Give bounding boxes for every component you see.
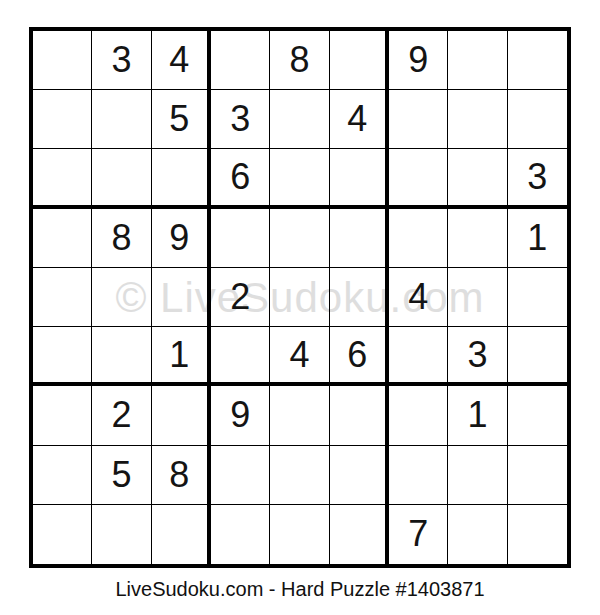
cell-r4c7[interactable] [389,209,448,268]
cell-r3c2[interactable] [92,149,151,208]
cell-r2c5[interactable] [270,90,329,149]
cell-r8c7[interactable] [389,446,448,505]
sudoku-page: © LiveSudoku.com 34895346389124146329158… [0,0,600,615]
cell-r7c4[interactable]: 9 [211,386,270,445]
cell-r6c4[interactable] [211,327,270,386]
cell-r9c4[interactable] [211,505,270,564]
cell-r6c3[interactable]: 1 [152,327,211,386]
cell-r6c1[interactable] [33,327,92,386]
cell-r7c7[interactable] [389,386,448,445]
cell-r2c8[interactable] [448,90,507,149]
cell-r6c5[interactable]: 4 [270,327,329,386]
cell-r2c3[interactable]: 5 [152,90,211,149]
cell-r4c1[interactable] [33,209,92,268]
cell-r3c3[interactable] [152,149,211,208]
cell-r4c5[interactable] [270,209,329,268]
cell-r5c8[interactable] [448,268,507,327]
cell-r9c1[interactable] [33,505,92,564]
cell-r6c9[interactable] [508,327,567,386]
cell-r3c4[interactable]: 6 [211,149,270,208]
cell-r1c9[interactable] [508,31,567,90]
cell-r1c1[interactable] [33,31,92,90]
cell-r9c7[interactable]: 7 [389,505,448,564]
cell-r5c7[interactable]: 4 [389,268,448,327]
cell-r7c3[interactable] [152,386,211,445]
cell-r6c7[interactable] [389,327,448,386]
cell-r4c8[interactable] [448,209,507,268]
cell-r9c3[interactable] [152,505,211,564]
cell-r7c9[interactable] [508,386,567,445]
sudoku-board: © LiveSudoku.com 34895346389124146329158… [29,27,571,568]
cell-r1c6[interactable] [330,31,389,90]
cell-r2c6[interactable]: 4 [330,90,389,149]
cell-r5c6[interactable] [330,268,389,327]
cell-r7c8[interactable]: 1 [448,386,507,445]
cell-r4c3[interactable]: 9 [152,209,211,268]
cell-r8c5[interactable] [270,446,329,505]
cell-r8c9[interactable] [508,446,567,505]
cell-r2c9[interactable] [508,90,567,149]
cell-r6c2[interactable] [92,327,151,386]
cell-r4c2[interactable]: 8 [92,209,151,268]
cell-r3c1[interactable] [33,149,92,208]
cell-r1c4[interactable] [211,31,270,90]
cell-r9c9[interactable] [508,505,567,564]
cell-r8c3[interactable]: 8 [152,446,211,505]
cell-r5c5[interactable] [270,268,329,327]
cell-r8c2[interactable]: 5 [92,446,151,505]
cell-r6c8[interactable]: 3 [448,327,507,386]
cell-r3c6[interactable] [330,149,389,208]
cell-r9c2[interactable] [92,505,151,564]
cell-r5c4[interactable]: 2 [211,268,270,327]
cell-r3c9[interactable]: 3 [508,149,567,208]
cell-r8c6[interactable] [330,446,389,505]
cell-r9c8[interactable] [448,505,507,564]
cell-r1c5[interactable]: 8 [270,31,329,90]
cell-r2c7[interactable] [389,90,448,149]
cell-r3c8[interactable] [448,149,507,208]
cell-r5c1[interactable] [33,268,92,327]
cell-r9c5[interactable] [270,505,329,564]
cell-r4c9[interactable]: 1 [508,209,567,268]
puzzle-caption: LiveSudoku.com - Hard Puzzle #1403871 [0,578,600,601]
cell-r8c1[interactable] [33,446,92,505]
cell-r2c2[interactable] [92,90,151,149]
cell-r6c6[interactable]: 6 [330,327,389,386]
cell-r8c4[interactable] [211,446,270,505]
cell-r1c8[interactable] [448,31,507,90]
cell-r4c6[interactable] [330,209,389,268]
cell-r2c4[interactable]: 3 [211,90,270,149]
sudoku-grid: 348953463891241463291587 [33,31,567,564]
cell-r5c9[interactable] [508,268,567,327]
cell-r1c7[interactable]: 9 [389,31,448,90]
cell-r7c5[interactable] [270,386,329,445]
cell-r2c1[interactable] [33,90,92,149]
cell-r7c1[interactable] [33,386,92,445]
cell-r7c2[interactable]: 2 [92,386,151,445]
cell-r3c5[interactable] [270,149,329,208]
cell-r8c8[interactable] [448,446,507,505]
cell-r9c6[interactable] [330,505,389,564]
cell-r1c2[interactable]: 3 [92,31,151,90]
cell-r3c7[interactable] [389,149,448,208]
cell-r5c3[interactable] [152,268,211,327]
cell-r1c3[interactable]: 4 [152,31,211,90]
cell-r7c6[interactable] [330,386,389,445]
cell-r5c2[interactable] [92,268,151,327]
cell-r4c4[interactable] [211,209,270,268]
